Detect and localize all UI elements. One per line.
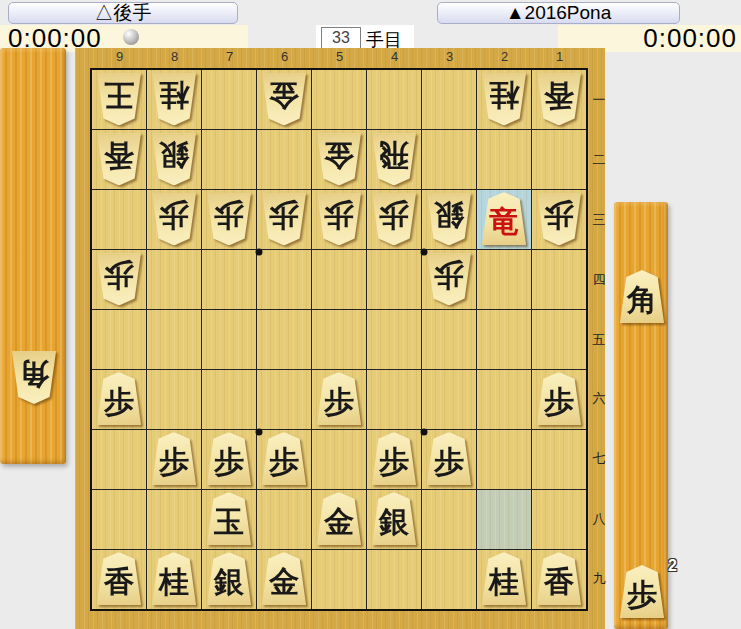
square-39[interactable] xyxy=(422,550,476,609)
square-81[interactable]: 桂 xyxy=(147,70,201,129)
square-72[interactable] xyxy=(202,130,256,189)
piece-kanji: 歩 xyxy=(214,200,244,230)
square-93[interactable] xyxy=(92,190,146,249)
piece-body: 香 xyxy=(536,72,582,125)
square-41[interactable] xyxy=(367,70,421,129)
square-78[interactable]: 玉 xyxy=(202,490,256,549)
piece-kanji: 銀 xyxy=(379,507,409,537)
piece-gote-k[interactable]: 王 xyxy=(96,72,142,125)
file-label: 6 xyxy=(257,49,312,67)
piece-gote-p[interactable]: 歩 xyxy=(426,252,472,305)
star-point xyxy=(255,248,262,255)
hand-slot: 歩2 xyxy=(619,565,665,618)
square-45[interactable] xyxy=(367,310,421,369)
square-55[interactable] xyxy=(312,310,366,369)
rank-label: 六 xyxy=(591,369,607,429)
piece-kanji: 歩 xyxy=(269,200,299,230)
piece-kanji: 歩 xyxy=(214,447,244,477)
piece-kanji: 角 xyxy=(19,359,49,389)
square-67[interactable]: 歩 xyxy=(257,430,311,489)
square-96[interactable]: 歩 xyxy=(92,370,146,429)
piece-body: 金 xyxy=(316,492,362,545)
square-84[interactable] xyxy=(147,250,201,309)
piece-gote-p[interactable]: 歩 xyxy=(96,252,142,305)
square-94[interactable]: 歩 xyxy=(92,250,146,309)
piece-body: 銀 xyxy=(151,132,197,185)
piece-gote-r[interactable]: 飛 xyxy=(371,132,417,185)
piece-sente-G[interactable]: 金 xyxy=(316,492,362,545)
piece-kanji: 香 xyxy=(104,140,134,170)
square-31[interactable] xyxy=(422,70,476,129)
square-99[interactable]: 香 xyxy=(92,550,146,609)
piece-kanji: 桂 xyxy=(489,80,519,110)
piece-body: 歩 xyxy=(151,432,197,485)
square-98[interactable] xyxy=(92,490,146,549)
piece-body: 歩 xyxy=(536,192,582,245)
piece-body: 金 xyxy=(261,72,307,125)
piece-body: 桂 xyxy=(481,552,527,605)
piece-kanji: 飛 xyxy=(379,140,409,170)
piece-body: 歩 xyxy=(261,192,307,245)
square-88[interactable] xyxy=(147,490,201,549)
square-49[interactable] xyxy=(367,550,421,609)
piece-kanji: 歩 xyxy=(434,447,464,477)
piece-kanji: 竜 xyxy=(489,207,519,237)
square-63[interactable]: 歩 xyxy=(257,190,311,249)
piece-kanji: 角 xyxy=(627,285,657,315)
piece-kanji: 歩 xyxy=(434,260,464,290)
piece-kanji: 桂 xyxy=(489,567,519,597)
piece-body: 歩 xyxy=(206,432,252,485)
file-label: 8 xyxy=(147,49,202,67)
piece-kanji: 歩 xyxy=(379,200,409,230)
square-54[interactable] xyxy=(312,250,366,309)
square-65[interactable] xyxy=(257,310,311,369)
file-label: 5 xyxy=(312,49,367,67)
square-57[interactable] xyxy=(312,430,366,489)
piece-gote-p[interactable]: 歩 xyxy=(206,192,252,245)
square-16[interactable]: 歩 xyxy=(532,370,586,429)
piece-sente-P[interactable]: 歩 xyxy=(619,565,665,618)
piece-gote-g[interactable]: 金 xyxy=(261,72,307,125)
rank-label: 五 xyxy=(591,310,607,370)
square-21[interactable]: 桂 xyxy=(477,70,531,129)
square-79[interactable]: 銀 xyxy=(202,550,256,609)
square-83[interactable]: 歩 xyxy=(147,190,201,249)
turn-indicator-orb-icon xyxy=(123,29,139,45)
piece-body: 歩 xyxy=(316,372,362,425)
square-91[interactable]: 王 xyxy=(92,70,146,129)
shogi-board: 987654321 王桂金桂香香銀金飛歩歩歩歩歩銀竜歩歩歩歩歩歩歩歩歩歩歩玉金銀… xyxy=(75,48,605,629)
piece-body: 桂 xyxy=(151,72,197,125)
square-42[interactable]: 飛 xyxy=(367,130,421,189)
piece-gote-l[interactable]: 香 xyxy=(536,72,582,125)
square-82[interactable]: 銀 xyxy=(147,130,201,189)
piece-kanji: 歩 xyxy=(159,447,189,477)
move-number-box[interactable]: 33 xyxy=(321,27,361,49)
square-61[interactable]: 金 xyxy=(257,70,311,129)
piece-sente-L[interactable]: 香 xyxy=(96,552,142,605)
piece-kanji: 歩 xyxy=(324,387,354,417)
square-76[interactable] xyxy=(202,370,256,429)
piece-kanji: 金 xyxy=(269,567,299,597)
piece-body: 歩 xyxy=(316,192,362,245)
piece-kanji: 歩 xyxy=(159,200,189,230)
piece-kanji: 歩 xyxy=(544,200,574,230)
square-26[interactable] xyxy=(477,370,531,429)
piece-gote-g[interactable]: 金 xyxy=(316,132,362,185)
hand-slot: 角 xyxy=(11,351,57,404)
piece-body: 歩 xyxy=(426,252,472,305)
piece-body: 桂 xyxy=(151,552,197,605)
piece-gote-p[interactable]: 歩 xyxy=(371,192,417,245)
piece-gote-b[interactable]: 角 xyxy=(11,351,57,404)
piece-sente-P[interactable]: 歩 xyxy=(371,432,417,485)
top-bar: △後手 ▲2016Pona 0:00:00 0:00:00 33 手目 xyxy=(0,0,741,52)
piece-body: 玉 xyxy=(206,492,252,545)
hand-count-badge: 2 xyxy=(668,557,677,575)
sente-player-button[interactable]: ▲2016Pona xyxy=(437,2,680,24)
square-51[interactable] xyxy=(312,70,366,129)
piece-sente-N[interactable]: 桂 xyxy=(481,552,527,605)
piece-body: 香 xyxy=(536,552,582,605)
piece-sente-P[interactable]: 歩 xyxy=(316,372,362,425)
piece-sente-B[interactable]: 角 xyxy=(619,270,665,323)
hand-slot: 角 xyxy=(619,270,665,323)
square-56[interactable]: 歩 xyxy=(312,370,366,429)
piece-sente-P[interactable]: 歩 xyxy=(206,432,252,485)
piece-sente-P[interactable]: 歩 xyxy=(426,432,472,485)
piece-kanji: 歩 xyxy=(104,387,134,417)
piece-body: 金 xyxy=(261,552,307,605)
board-grid: 王桂金桂香香銀金飛歩歩歩歩歩銀竜歩歩歩歩歩歩歩歩歩歩歩玉金銀香桂銀金桂香 xyxy=(90,68,588,611)
square-17[interactable] xyxy=(532,430,586,489)
piece-body: 竜 xyxy=(481,192,527,245)
piece-kanji: 歩 xyxy=(627,580,657,610)
square-33[interactable]: 銀 xyxy=(422,190,476,249)
piece-kanji: 歩 xyxy=(544,387,574,417)
square-47[interactable]: 歩 xyxy=(367,430,421,489)
square-32[interactable] xyxy=(422,130,476,189)
square-89[interactable]: 桂 xyxy=(147,550,201,609)
piece-gote-s[interactable]: 銀 xyxy=(151,132,197,185)
piece-body: 歩 xyxy=(206,192,252,245)
square-29[interactable]: 桂 xyxy=(477,550,531,609)
square-86[interactable] xyxy=(147,370,201,429)
piece-kanji: 桂 xyxy=(159,80,189,110)
square-74[interactable] xyxy=(202,250,256,309)
square-22[interactable] xyxy=(477,130,531,189)
piece-body: 歩 xyxy=(426,432,472,485)
file-labels: 987654321 xyxy=(92,49,587,67)
piece-kanji: 銀 xyxy=(434,200,464,230)
piece-kanji: 金 xyxy=(324,507,354,537)
piece-kanji: 歩 xyxy=(269,447,299,477)
piece-body: 歩 xyxy=(371,192,417,245)
file-label: 1 xyxy=(532,49,587,67)
square-73[interactable]: 歩 xyxy=(202,190,256,249)
piece-body: 角 xyxy=(619,270,665,323)
square-28[interactable] xyxy=(477,490,531,549)
piece-body: 歩 xyxy=(96,372,142,425)
rank-label: 九 xyxy=(591,549,607,609)
square-35[interactable] xyxy=(422,310,476,369)
square-12[interactable] xyxy=(532,130,586,189)
piece-kanji: 桂 xyxy=(159,567,189,597)
piece-body: 銀 xyxy=(371,492,417,545)
piece-gote-p[interactable]: 歩 xyxy=(261,192,307,245)
square-92[interactable]: 香 xyxy=(92,130,146,189)
piece-kanji: 玉 xyxy=(214,507,244,537)
square-77[interactable]: 歩 xyxy=(202,430,256,489)
square-11[interactable]: 香 xyxy=(532,70,586,129)
piece-sente-L[interactable]: 香 xyxy=(536,552,582,605)
square-24[interactable] xyxy=(477,250,531,309)
square-87[interactable]: 歩 xyxy=(147,430,201,489)
gote-hand-stand: 角 xyxy=(0,48,66,464)
piece-body: 銀 xyxy=(206,552,252,605)
piece-kanji: 金 xyxy=(269,80,299,110)
square-37[interactable]: 歩 xyxy=(422,430,476,489)
shogi-app: △後手 ▲2016Pona 0:00:00 0:00:00 33 手目 9876… xyxy=(0,0,741,629)
square-23[interactable]: 竜 xyxy=(477,190,531,249)
square-19[interactable]: 香 xyxy=(532,550,586,609)
piece-body: 歩 xyxy=(151,192,197,245)
square-64[interactable] xyxy=(257,250,311,309)
square-48[interactable]: 銀 xyxy=(367,490,421,549)
file-label: 4 xyxy=(367,49,422,67)
piece-kanji: 歩 xyxy=(379,447,409,477)
piece-body: 歩 xyxy=(619,565,665,618)
square-62[interactable] xyxy=(257,130,311,189)
piece-body: 歩 xyxy=(261,432,307,485)
piece-body: 王 xyxy=(96,72,142,125)
rank-label: 四 xyxy=(591,250,607,310)
piece-gote-n[interactable]: 桂 xyxy=(481,72,527,125)
square-13[interactable]: 歩 xyxy=(532,190,586,249)
square-71[interactable] xyxy=(202,70,256,129)
piece-kanji: 王 xyxy=(104,80,134,110)
piece-body: 歩 xyxy=(371,432,417,485)
piece-kanji: 歩 xyxy=(324,200,354,230)
square-43[interactable]: 歩 xyxy=(367,190,421,249)
piece-sente-G[interactable]: 金 xyxy=(261,552,307,605)
square-46[interactable] xyxy=(367,370,421,429)
piece-kanji: 香 xyxy=(104,567,134,597)
piece-sente-S[interactable]: 銀 xyxy=(371,492,417,545)
rank-labels: 一二三四五六七八九 xyxy=(591,70,607,609)
rank-label: 三 xyxy=(591,190,607,250)
square-18[interactable] xyxy=(532,490,586,549)
piece-sente-N[interactable]: 桂 xyxy=(151,552,197,605)
square-52[interactable]: 金 xyxy=(312,130,366,189)
square-36[interactable] xyxy=(422,370,476,429)
piece-sente-promoted-R[interactable]: 竜 xyxy=(481,192,527,245)
square-85[interactable] xyxy=(147,310,201,369)
gote-player-button[interactable]: △後手 xyxy=(8,2,238,24)
piece-gote-l[interactable]: 香 xyxy=(96,132,142,185)
sente-hand-stand: 角歩2 xyxy=(614,202,668,629)
file-label: 3 xyxy=(422,49,477,67)
square-69[interactable]: 金 xyxy=(257,550,311,609)
square-14[interactable] xyxy=(532,250,586,309)
star-point xyxy=(420,428,427,435)
piece-gote-p[interactable]: 歩 xyxy=(316,192,362,245)
piece-sente-K[interactable]: 玉 xyxy=(206,492,252,545)
sente-clock: 0:00:00 xyxy=(643,25,737,52)
square-68[interactable] xyxy=(257,490,311,549)
square-25[interactable] xyxy=(477,310,531,369)
rank-label: 一 xyxy=(591,70,607,130)
file-label: 7 xyxy=(202,49,257,67)
rank-label: 七 xyxy=(591,429,607,489)
piece-body: 金 xyxy=(316,132,362,185)
square-34[interactable]: 歩 xyxy=(422,250,476,309)
piece-gote-p[interactable]: 歩 xyxy=(151,192,197,245)
piece-sente-P[interactable]: 歩 xyxy=(96,372,142,425)
file-label: 2 xyxy=(477,49,532,67)
piece-body: 桂 xyxy=(481,72,527,125)
piece-kanji: 歩 xyxy=(104,260,134,290)
star-point xyxy=(420,248,427,255)
square-59[interactable] xyxy=(312,550,366,609)
piece-kanji: 香 xyxy=(544,80,574,110)
square-53[interactable]: 歩 xyxy=(312,190,366,249)
piece-kanji: 金 xyxy=(324,140,354,170)
piece-sente-P[interactable]: 歩 xyxy=(151,432,197,485)
piece-gote-n[interactable]: 桂 xyxy=(151,72,197,125)
piece-sente-S[interactable]: 銀 xyxy=(206,552,252,605)
piece-body: 銀 xyxy=(426,192,472,245)
square-66[interactable] xyxy=(257,370,311,429)
rank-label: 二 xyxy=(591,130,607,190)
star-point xyxy=(255,428,262,435)
file-label: 9 xyxy=(92,49,147,67)
square-97[interactable] xyxy=(92,430,146,489)
square-38[interactable] xyxy=(422,490,476,549)
piece-kanji: 香 xyxy=(544,567,574,597)
piece-body: 歩 xyxy=(96,252,142,305)
rank-label: 八 xyxy=(591,489,607,549)
piece-body: 飛 xyxy=(371,132,417,185)
piece-body: 香 xyxy=(96,552,142,605)
piece-kanji: 銀 xyxy=(159,140,189,170)
piece-sente-P[interactable]: 歩 xyxy=(261,432,307,485)
piece-gote-s[interactable]: 銀 xyxy=(426,192,472,245)
square-15[interactable] xyxy=(532,310,586,369)
square-58[interactable]: 金 xyxy=(312,490,366,549)
square-27[interactable] xyxy=(477,430,531,489)
piece-gote-p[interactable]: 歩 xyxy=(536,192,582,245)
square-95[interactable] xyxy=(92,310,146,369)
piece-sente-P[interactable]: 歩 xyxy=(536,372,582,425)
piece-body: 角 xyxy=(11,351,57,404)
piece-kanji: 銀 xyxy=(214,567,244,597)
piece-body: 歩 xyxy=(536,372,582,425)
piece-body: 香 xyxy=(96,132,142,185)
square-44[interactable] xyxy=(367,250,421,309)
square-75[interactable] xyxy=(202,310,256,369)
